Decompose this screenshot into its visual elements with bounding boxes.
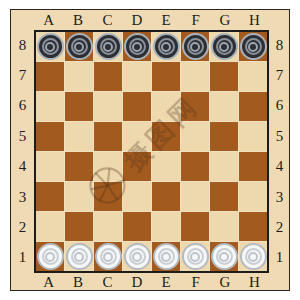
file-label-top-g: G <box>210 10 239 30</box>
stock-image-canvas: ABCDEFGH 87654321 87654321 ABCDEFGH 摄图网 <box>0 0 300 300</box>
checker-core <box>103 42 113 52</box>
dark-checker-g8[interactable] <box>211 33 238 60</box>
square-g7[interactable] <box>210 62 238 91</box>
rank-labels-right: 87654321 <box>268 30 291 273</box>
checker-core <box>219 42 229 52</box>
rank-label-left-2: 2 <box>11 212 34 242</box>
checker-core <box>103 252 113 262</box>
square-c3[interactable] <box>94 182 122 211</box>
square-f4[interactable] <box>181 152 209 181</box>
checker-ring <box>245 38 262 55</box>
square-c1[interactable] <box>94 242 122 271</box>
square-d8[interactable] <box>123 32 151 61</box>
checker-ring <box>71 38 88 55</box>
square-h3[interactable] <box>239 182 267 211</box>
square-a1[interactable] <box>36 242 64 271</box>
checker-ring <box>42 248 59 265</box>
square-a8[interactable] <box>36 32 64 61</box>
square-d6[interactable] <box>123 92 151 121</box>
rank-label-left-3: 3 <box>11 182 34 212</box>
file-labels-bottom: ABCDEFGH <box>34 273 269 291</box>
square-d1[interactable] <box>123 242 151 271</box>
checker-ring <box>216 38 233 55</box>
square-h5[interactable] <box>239 122 267 151</box>
checker-ring <box>129 248 146 265</box>
square-e3[interactable] <box>152 182 180 211</box>
white-checker-a1[interactable] <box>37 243 64 270</box>
square-e2[interactable] <box>152 212 180 241</box>
rank-label-right-1: 1 <box>268 243 291 273</box>
square-h6[interactable] <box>239 92 267 121</box>
checker-core <box>248 252 258 262</box>
file-label-bottom-h: H <box>240 273 269 291</box>
dark-checker-b8[interactable] <box>66 33 93 60</box>
rank-labels-left: 87654321 <box>11 30 34 273</box>
rank-label-left-7: 7 <box>11 60 34 90</box>
square-b5[interactable] <box>65 122 93 151</box>
file-label-bottom-b: B <box>63 273 92 291</box>
rank-label-right-2: 2 <box>268 212 291 242</box>
dark-checker-f8[interactable] <box>182 33 209 60</box>
dark-checker-d8[interactable] <box>124 33 151 60</box>
square-a7[interactable] <box>36 62 64 91</box>
checker-ring <box>71 248 88 265</box>
square-c5[interactable] <box>94 122 122 151</box>
square-c6[interactable] <box>94 92 122 121</box>
checker-ring <box>187 38 204 55</box>
file-label-bottom-f: F <box>181 273 210 291</box>
checker-ring <box>100 248 117 265</box>
file-label-bottom-a: A <box>34 273 63 291</box>
white-checker-f1[interactable] <box>182 243 209 270</box>
rank-label-left-1: 1 <box>11 243 34 273</box>
checker-core <box>190 252 200 262</box>
checker-core <box>74 42 84 52</box>
square-f7[interactable] <box>181 62 209 91</box>
square-e1[interactable] <box>152 242 180 271</box>
checker-ring <box>216 248 233 265</box>
file-label-bottom-e: E <box>152 273 181 291</box>
checker-core <box>132 252 142 262</box>
square-g3[interactable] <box>210 182 238 211</box>
square-f8[interactable] <box>181 32 209 61</box>
square-a6[interactable] <box>36 92 64 121</box>
checker-core <box>132 42 142 52</box>
square-h2[interactable] <box>239 212 267 241</box>
square-h4[interactable] <box>239 152 267 181</box>
white-checker-c1[interactable] <box>95 243 122 270</box>
square-a4[interactable] <box>36 152 64 181</box>
checker-ring <box>42 38 59 55</box>
square-a2[interactable] <box>36 212 64 241</box>
rank-label-left-5: 5 <box>11 121 34 151</box>
dark-checker-c8[interactable] <box>95 33 122 60</box>
square-g5[interactable] <box>210 122 238 151</box>
rank-label-left-8: 8 <box>11 30 34 60</box>
square-b3[interactable] <box>65 182 93 211</box>
white-checker-b1[interactable] <box>66 243 93 270</box>
file-label-bottom-d: D <box>122 273 151 291</box>
checkers-board: ABCDEFGH 87654321 87654321 ABCDEFGH <box>10 9 290 291</box>
square-g4[interactable] <box>210 152 238 181</box>
file-label-top-b: B <box>63 10 92 30</box>
square-e7[interactable] <box>152 62 180 91</box>
square-c4[interactable] <box>94 152 122 181</box>
white-checker-e1[interactable] <box>153 243 180 270</box>
square-e6[interactable] <box>152 92 180 121</box>
rank-label-right-4: 4 <box>268 152 291 182</box>
rank-label-left-6: 6 <box>11 91 34 121</box>
square-g8[interactable] <box>210 32 238 61</box>
dark-checker-h8[interactable] <box>240 33 267 60</box>
file-label-bottom-c: C <box>93 273 122 291</box>
square-f3[interactable] <box>181 182 209 211</box>
rank-label-right-5: 5 <box>268 121 291 151</box>
checker-ring <box>187 248 204 265</box>
square-g6[interactable] <box>210 92 238 121</box>
square-b1[interactable] <box>65 242 93 271</box>
square-b8[interactable] <box>65 32 93 61</box>
square-a5[interactable] <box>36 122 64 151</box>
square-a3[interactable] <box>36 182 64 211</box>
file-label-top-c: C <box>93 10 122 30</box>
square-h7[interactable] <box>239 62 267 91</box>
checker-core <box>74 252 84 262</box>
checker-core <box>161 252 171 262</box>
square-b7[interactable] <box>65 62 93 91</box>
white-checker-g1[interactable] <box>211 243 238 270</box>
white-checker-h1[interactable] <box>240 243 267 270</box>
checker-ring <box>158 248 175 265</box>
checker-core <box>190 42 200 52</box>
rank-label-right-6: 6 <box>268 91 291 121</box>
square-d5[interactable] <box>123 122 151 151</box>
square-d4[interactable] <box>123 152 151 181</box>
square-f5[interactable] <box>181 122 209 151</box>
square-b4[interactable] <box>65 152 93 181</box>
square-e4[interactable] <box>152 152 180 181</box>
square-b6[interactable] <box>65 92 93 121</box>
checker-core <box>219 252 229 262</box>
square-f6[interactable] <box>181 92 209 121</box>
rank-label-left-4: 4 <box>11 152 34 182</box>
checker-core <box>45 252 55 262</box>
file-label-top-f: F <box>181 10 210 30</box>
checker-ring <box>129 38 146 55</box>
checker-core <box>45 42 55 52</box>
file-label-top-e: E <box>152 10 181 30</box>
white-checker-d1[interactable] <box>124 243 151 270</box>
file-label-bottom-g: G <box>210 273 239 291</box>
square-d3[interactable] <box>123 182 151 211</box>
checker-ring <box>158 38 175 55</box>
square-b2[interactable] <box>65 212 93 241</box>
checker-ring <box>100 38 117 55</box>
square-f1[interactable] <box>181 242 209 271</box>
square-h1[interactable] <box>239 242 267 271</box>
checker-ring <box>245 248 262 265</box>
file-label-top-h: H <box>240 10 269 30</box>
square-c8[interactable] <box>94 32 122 61</box>
file-label-top-a: A <box>34 10 63 30</box>
square-g2[interactable] <box>210 212 238 241</box>
square-h8[interactable] <box>239 32 267 61</box>
checker-core <box>248 42 258 52</box>
rank-label-right-3: 3 <box>268 182 291 212</box>
square-g1[interactable] <box>210 242 238 271</box>
rank-label-right-7: 7 <box>268 60 291 90</box>
square-e5[interactable] <box>152 122 180 151</box>
square-e8[interactable] <box>152 32 180 61</box>
checker-core <box>161 42 171 52</box>
rank-label-right-8: 8 <box>268 30 291 60</box>
dark-checker-e8[interactable] <box>153 33 180 60</box>
square-c2[interactable] <box>94 212 122 241</box>
square-d7[interactable] <box>123 62 151 91</box>
file-label-top-d: D <box>122 10 151 30</box>
dark-checker-a8[interactable] <box>37 33 64 60</box>
square-d2[interactable] <box>123 212 151 241</box>
file-labels-top: ABCDEFGH <box>34 10 269 30</box>
square-f2[interactable] <box>181 212 209 241</box>
square-c7[interactable] <box>94 62 122 91</box>
board-grid <box>34 30 269 273</box>
